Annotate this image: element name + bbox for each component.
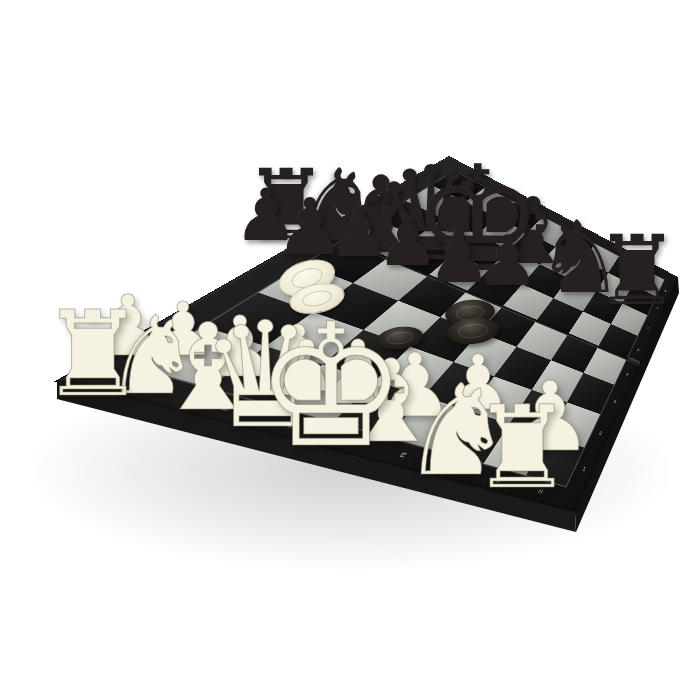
white-rook-h1: ♜ — [471, 391, 573, 505]
white-rook-a1: ♜ — [40, 295, 146, 413]
checker-ring — [458, 322, 488, 340]
black-pawn-f7: ♟ — [477, 226, 540, 296]
hinge-right — [627, 357, 640, 366]
rank-label-3: 3 — [613, 399, 618, 404]
black-rook-h8: ♜ — [594, 223, 680, 319]
rank-label-5: 5 — [637, 348, 641, 352]
rank-label-2: 2 — [598, 430, 603, 436]
white-king-e1: ♚ — [255, 301, 407, 471]
rank-label-4: 4 — [625, 372, 629, 377]
product-photo-scene: ABCDEFGH 12345678 ♜♞♝♛♚♝♞♜♟♟♟♟♟♟♜♞♝♛♚♝♞♜… — [0, 0, 700, 700]
